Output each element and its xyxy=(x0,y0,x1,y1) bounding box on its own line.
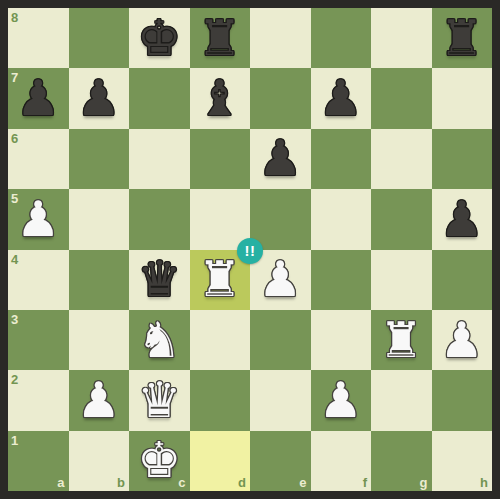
square-g4[interactable] xyxy=(371,250,432,310)
square-b3[interactable] xyxy=(69,310,130,370)
white-pawn-f2[interactable]: ♟ xyxy=(311,370,372,430)
rank-label-6: 6 xyxy=(11,131,18,146)
square-f8[interactable] xyxy=(311,8,372,68)
square-g7[interactable] xyxy=(371,68,432,128)
square-c4[interactable]: ♛ xyxy=(129,250,190,310)
square-f7[interactable]: ♟ xyxy=(311,68,372,128)
square-a2[interactable]: 2 xyxy=(8,370,69,430)
square-a5[interactable]: 5♟ xyxy=(8,189,69,249)
file-label-a: a xyxy=(57,475,64,490)
square-d7[interactable]: ♝ xyxy=(190,68,251,128)
square-e6[interactable]: ♟ xyxy=(250,129,311,189)
black-pawn-f7[interactable]: ♟ xyxy=(311,68,372,128)
black-pawn-b7[interactable]: ♟ xyxy=(69,68,130,128)
square-c5[interactable] xyxy=(129,189,190,249)
file-label-g: g xyxy=(420,475,428,490)
file-label-b: b xyxy=(117,475,125,490)
square-f6[interactable] xyxy=(311,129,372,189)
square-e7[interactable] xyxy=(250,68,311,128)
square-d6[interactable] xyxy=(190,129,251,189)
square-c1[interactable]: c♚ xyxy=(129,431,190,491)
square-h7[interactable] xyxy=(432,68,493,128)
square-f3[interactable] xyxy=(311,310,372,370)
black-pawn-e6[interactable]: ♟ xyxy=(250,129,311,189)
square-c7[interactable] xyxy=(129,68,190,128)
rank-label-3: 3 xyxy=(11,312,18,327)
square-c6[interactable] xyxy=(129,129,190,189)
square-d1[interactable]: d xyxy=(190,431,251,491)
black-bishop-d7[interactable]: ♝ xyxy=(190,68,251,128)
square-f1[interactable]: f xyxy=(311,431,372,491)
black-pawn-h5[interactable]: ♟ xyxy=(432,189,493,249)
square-g1[interactable]: g xyxy=(371,431,432,491)
rank-label-1: 1 xyxy=(11,433,18,448)
black-rook-d8[interactable]: ♜ xyxy=(190,8,251,68)
square-c2[interactable]: ♛ xyxy=(129,370,190,430)
square-g6[interactable] xyxy=(371,129,432,189)
square-h3[interactable]: ♟ xyxy=(432,310,493,370)
rank-label-4: 4 xyxy=(11,252,18,267)
square-h4[interactable] xyxy=(432,250,493,310)
square-h2[interactable] xyxy=(432,370,493,430)
square-e2[interactable] xyxy=(250,370,311,430)
white-pawn-h3[interactable]: ♟ xyxy=(432,310,493,370)
black-rook-h8[interactable]: ♜ xyxy=(432,8,493,68)
square-e5[interactable] xyxy=(250,189,311,249)
white-knight-c3[interactable]: ♞ xyxy=(129,310,190,370)
board-frame: 8♚♜♜7♟♟♝♟6♟5♟♟4♛♜♟3♞♜♟2♟♛♟1abc♚defgh !! xyxy=(0,0,500,499)
brilliant-move-label: !! xyxy=(245,242,256,259)
square-g2[interactable] xyxy=(371,370,432,430)
square-a6[interactable]: 6 xyxy=(8,129,69,189)
rank-label-2: 2 xyxy=(11,372,18,387)
file-label-f: f xyxy=(363,475,367,490)
file-label-e: e xyxy=(299,475,306,490)
square-h1[interactable]: h xyxy=(432,431,493,491)
square-f4[interactable] xyxy=(311,250,372,310)
file-label-h: h xyxy=(480,475,488,490)
square-h8[interactable]: ♜ xyxy=(432,8,493,68)
square-b7[interactable]: ♟ xyxy=(69,68,130,128)
square-d2[interactable] xyxy=(190,370,251,430)
square-a3[interactable]: 3 xyxy=(8,310,69,370)
square-c8[interactable]: ♚ xyxy=(129,8,190,68)
square-a4[interactable]: 4 xyxy=(8,250,69,310)
white-king-c1[interactable]: ♚ xyxy=(129,431,190,491)
square-f5[interactable] xyxy=(311,189,372,249)
square-a1[interactable]: 1a xyxy=(8,431,69,491)
square-g8[interactable] xyxy=(371,8,432,68)
black-queen-c4[interactable]: ♛ xyxy=(129,250,190,310)
square-b8[interactable] xyxy=(69,8,130,68)
file-label-d: d xyxy=(238,475,246,490)
square-a8[interactable]: 8 xyxy=(8,8,69,68)
black-king-c8[interactable]: ♚ xyxy=(129,8,190,68)
rank-label-8: 8 xyxy=(11,10,18,25)
square-e1[interactable]: e xyxy=(250,431,311,491)
brilliant-move-badge: !! xyxy=(237,238,263,264)
white-pawn-b2[interactable]: ♟ xyxy=(69,370,130,430)
square-b1[interactable]: b xyxy=(69,431,130,491)
square-b2[interactable]: ♟ xyxy=(69,370,130,430)
square-g3[interactable]: ♜ xyxy=(371,310,432,370)
square-c3[interactable]: ♞ xyxy=(129,310,190,370)
white-queen-c2[interactable]: ♛ xyxy=(129,370,190,430)
black-pawn-a7[interactable]: ♟ xyxy=(8,68,69,128)
square-e8[interactable] xyxy=(250,8,311,68)
square-h5[interactable]: ♟ xyxy=(432,189,493,249)
white-pawn-a5[interactable]: ♟ xyxy=(8,189,69,249)
square-g5[interactable] xyxy=(371,189,432,249)
square-f2[interactable]: ♟ xyxy=(311,370,372,430)
square-d3[interactable] xyxy=(190,310,251,370)
square-d8[interactable]: ♜ xyxy=(190,8,251,68)
square-a7[interactable]: 7♟ xyxy=(8,68,69,128)
square-e3[interactable] xyxy=(250,310,311,370)
square-h6[interactable] xyxy=(432,129,493,189)
square-b4[interactable] xyxy=(69,250,130,310)
square-b6[interactable] xyxy=(69,129,130,189)
white-rook-g3[interactable]: ♜ xyxy=(371,310,432,370)
square-b5[interactable] xyxy=(69,189,130,249)
